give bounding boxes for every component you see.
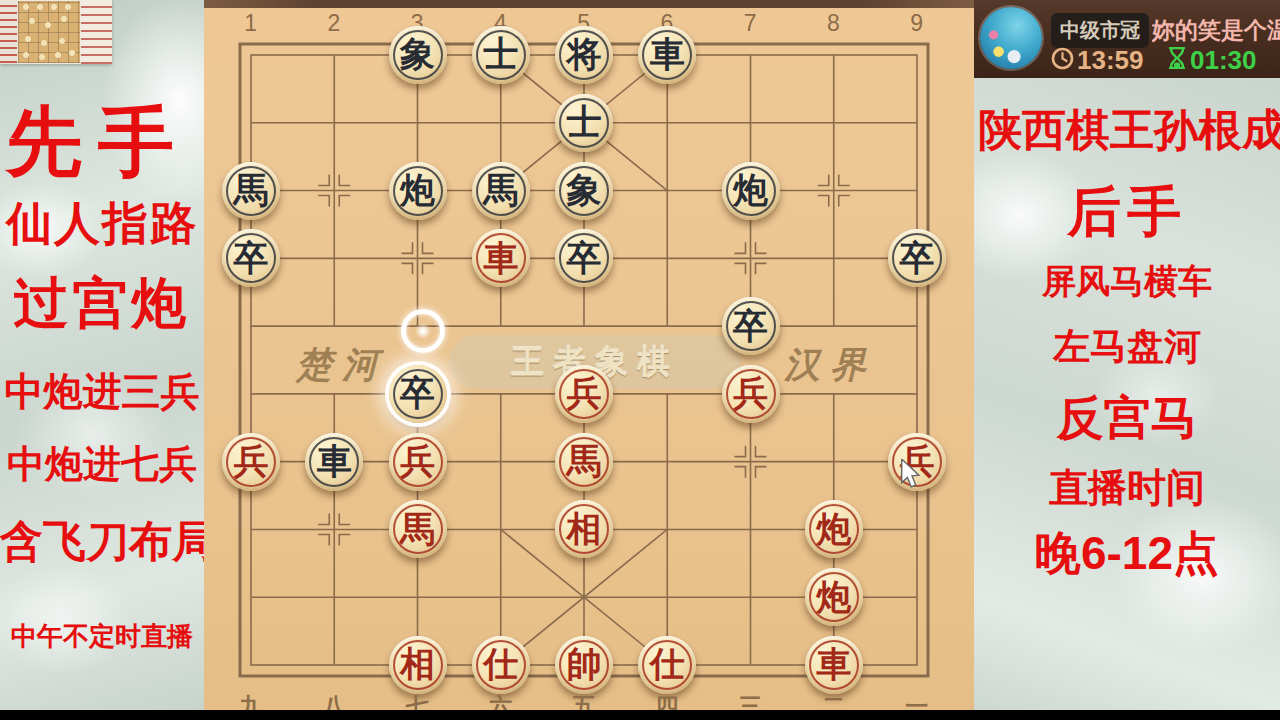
piece-red-king[interactable]: 帥	[555, 636, 613, 694]
piece-layer: 象士将車士馬炮馬象炮卒車卒卒卒卒兵兵兵車兵馬兵馬相炮炮相仕帥仕車	[209, 21, 958, 699]
piece-black-cannon[interactable]: 炮	[389, 162, 447, 220]
piece-character: 帥	[567, 646, 602, 681]
label-opponent-name: 陕西棋王孙根成	[974, 108, 1280, 152]
thumbnail-text-strip	[0, 0, 17, 64]
label-opening-7: 左马盘河	[974, 328, 1280, 365]
label-opening-6: 屏风马横车	[974, 264, 1280, 298]
piece-character: 車	[483, 240, 518, 275]
piece-black-horse[interactable]: 馬	[472, 162, 530, 220]
stream-frame: 先手 仙人指路 过宫炮 中炮进三兵 中炮进七兵 含飞刀布局 中午不定时直播 陕西…	[0, 0, 1280, 720]
piece-black-advisor[interactable]: 士	[555, 94, 613, 152]
label-opening-2: 过宫炮	[0, 276, 204, 331]
piece-black-elephant[interactable]: 象	[555, 162, 613, 220]
chat-message: 妳的笑是个温柔	[1152, 15, 1280, 46]
piece-character: 仕	[483, 646, 518, 681]
label-first-move-side: 先手	[0, 104, 204, 180]
right-text-panel: 陕西棋王孙根成 后手 屏风马横车 左马盘河 反宫马 直播时间 晚6-12点	[974, 0, 1280, 720]
piece-red-horse[interactable]: 馬	[555, 433, 613, 491]
piece-black-cannon[interactable]: 炮	[722, 162, 780, 220]
user-rank-badge: 中级市冠	[1051, 13, 1149, 48]
piece-character: 卒	[733, 308, 768, 343]
piece-red-cannon[interactable]: 炮	[805, 568, 863, 626]
piece-black-elephant[interactable]: 象	[389, 26, 447, 84]
piece-red-elephant[interactable]: 相	[389, 636, 447, 694]
clock-icon	[1051, 47, 1074, 70]
avatar[interactable]	[980, 7, 1042, 69]
piece-character: 象	[567, 172, 602, 207]
chat-overlay-bar: 中级市冠 妳的笑是个温柔 13:59 01:30	[974, 0, 1280, 78]
piece-character: 相	[400, 646, 435, 681]
label-opening-3: 中炮进三兵	[0, 372, 204, 411]
piece-red-cannon[interactable]: 炮	[805, 500, 863, 558]
piece-red-elephant[interactable]: 相	[555, 500, 613, 558]
piece-character: 象	[400, 36, 435, 71]
piece-red-pawn[interactable]: 兵	[222, 433, 280, 491]
mouse-cursor	[900, 459, 922, 489]
piece-character: 車	[816, 646, 851, 681]
piece-black-king[interactable]: 将	[555, 26, 613, 84]
piece-red-chariot[interactable]: 車	[472, 229, 530, 287]
piece-black-chariot[interactable]: 車	[305, 433, 363, 491]
piece-red-horse[interactable]: 馬	[389, 500, 447, 558]
piece-character: 兵	[234, 443, 269, 478]
label-stream-time-title: 直播时间	[974, 468, 1280, 507]
piece-red-pawn[interactable]: 兵	[722, 365, 780, 423]
piece-character: 車	[650, 36, 685, 71]
piece-character: 卒	[567, 240, 602, 275]
piece-black-pawn[interactable]: 卒	[888, 229, 946, 287]
piece-character: 士	[567, 104, 602, 139]
piece-character: 相	[567, 511, 602, 546]
label-opening-4: 中炮进七兵	[0, 445, 204, 483]
thumbnail-side-panel	[81, 0, 112, 64]
label-stream-time-value: 晚6-12点	[974, 530, 1280, 576]
piece-character: 卒	[234, 240, 269, 275]
piece-black-chariot[interactable]: 車	[638, 26, 696, 84]
piece-black-advisor[interactable]: 士	[472, 26, 530, 84]
piece-black-pawn[interactable]: 卒	[222, 229, 280, 287]
piece-character: 炮	[733, 172, 768, 207]
piece-character: 炮	[816, 511, 851, 546]
piece-character: 兵	[567, 375, 602, 410]
video-thumbnail[interactable]	[0, 0, 112, 64]
piece-red-advisor[interactable]: 仕	[472, 636, 530, 694]
piece-character: 兵	[400, 443, 435, 478]
piece-character: 馬	[400, 511, 435, 546]
piece-character: 仕	[650, 646, 685, 681]
stream-clock-value: 13:59	[1077, 45, 1144, 76]
label-opening-1: 仙人指路	[0, 200, 204, 246]
piece-red-pawn[interactable]: 兵	[389, 433, 447, 491]
bottom-letterbox-bar	[0, 710, 1280, 720]
piece-character: 卒	[400, 375, 435, 410]
piece-red-pawn[interactable]: 兵	[555, 365, 613, 423]
piece-black-horse[interactable]: 馬	[222, 162, 280, 220]
label-stream-notice: 中午不定时直播	[0, 623, 204, 649]
piece-character: 炮	[816, 579, 851, 614]
piece-character: 馬	[483, 172, 518, 207]
piece-black-pawn[interactable]: 卒	[722, 297, 780, 355]
piece-red-advisor[interactable]: 仕	[638, 636, 696, 694]
left-text-panel: 先手 仙人指路 过宫炮 中炮进三兵 中炮进七兵 含飞刀布局 中午不定时直播	[0, 0, 204, 720]
hourglass-icon	[1168, 47, 1186, 69]
piece-character: 卒	[900, 240, 935, 275]
xiangqi-board[interactable]: 123456789 楚河 王者象棋 汉界 象士将車士馬炮馬象炮卒車卒卒卒卒兵兵兵…	[204, 0, 974, 716]
piece-red-chariot[interactable]: 車	[805, 636, 863, 694]
countdown-value: 01:30	[1190, 45, 1257, 76]
piece-character: 士	[483, 36, 518, 71]
label-opening-5: 含飞刀布局	[0, 520, 204, 563]
label-opening-8: 反宫马	[974, 394, 1280, 441]
thumbnail-mini-board	[18, 1, 80, 63]
piece-character: 車	[317, 443, 352, 478]
piece-character: 馬	[234, 172, 269, 207]
piece-character: 炮	[400, 172, 435, 207]
label-second-move-side: 后手	[974, 184, 1280, 238]
piece-black-pawn[interactable]: 卒	[555, 229, 613, 287]
piece-black-pawn[interactable]: 卒	[389, 365, 447, 423]
piece-character: 兵	[733, 375, 768, 410]
piece-character: 馬	[567, 443, 602, 478]
piece-character: 将	[567, 36, 602, 71]
